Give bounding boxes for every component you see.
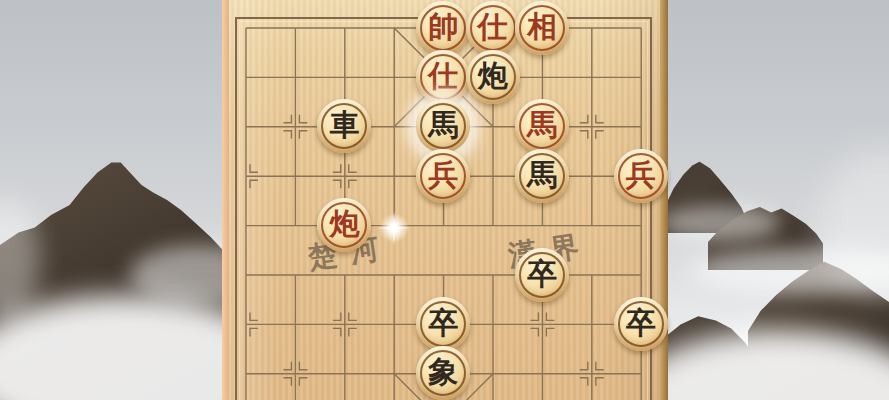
piece-glyph: 卒 (626, 308, 656, 338)
piece-black-horse[interactable]: 馬 (515, 149, 569, 203)
piece-glyph: 馬 (527, 110, 557, 140)
piece-glyph: 馬 (527, 160, 557, 190)
piece-black-elephant[interactable]: 象 (416, 346, 470, 400)
piece-glyph: 象 (428, 357, 458, 387)
piece-red-general[interactable]: 帥 (416, 1, 470, 55)
piece-glyph: 卒 (527, 259, 557, 289)
piece-red-cannon[interactable]: 炮 (317, 198, 371, 252)
piece-glyph: 車 (329, 110, 359, 140)
piece-black-chariot[interactable]: 車 (317, 99, 371, 153)
piece-red-soldier[interactable]: 兵 (416, 149, 470, 203)
piece-black-horse[interactable]: 馬 (416, 99, 470, 153)
piece-glyph: 炮 (478, 61, 508, 91)
piece-red-elephant[interactable]: 相 (515, 1, 569, 55)
piece-red-advisor[interactable]: 仕 (416, 50, 470, 104)
game-scene: 楚河 漢界 帥仕相仕炮車馬馬兵馬兵炮卒卒卒象 (0, 0, 889, 400)
piece-red-soldier[interactable]: 兵 (614, 149, 668, 203)
piece-glyph: 兵 (626, 160, 656, 190)
piece-red-horse[interactable]: 馬 (515, 99, 569, 153)
piece-black-soldier[interactable]: 卒 (614, 297, 668, 351)
piece-glyph: 相 (527, 12, 557, 42)
piece-glyph: 卒 (428, 308, 458, 338)
piece-glyph: 炮 (329, 209, 359, 239)
piece-glyph: 馬 (428, 110, 458, 140)
piece-glyph: 仕 (478, 12, 508, 42)
piece-black-soldier[interactable]: 卒 (515, 248, 569, 302)
piece-glyph: 兵 (428, 160, 458, 190)
pieces-layer: 帥仕相仕炮車馬馬兵馬兵炮卒卒卒象 (221, 3, 666, 400)
piece-black-soldier[interactable]: 卒 (416, 297, 470, 351)
piece-red-advisor[interactable]: 仕 (466, 1, 520, 55)
piece-black-cannon[interactable]: 炮 (466, 50, 520, 104)
piece-glyph: 帥 (428, 12, 458, 42)
mist-right-upper (660, 205, 780, 241)
xiangqi-board[interactable]: 楚河 漢界 帥仕相仕炮車馬馬兵馬兵炮卒卒卒象 (222, 0, 668, 400)
piece-glyph: 仕 (428, 61, 458, 91)
